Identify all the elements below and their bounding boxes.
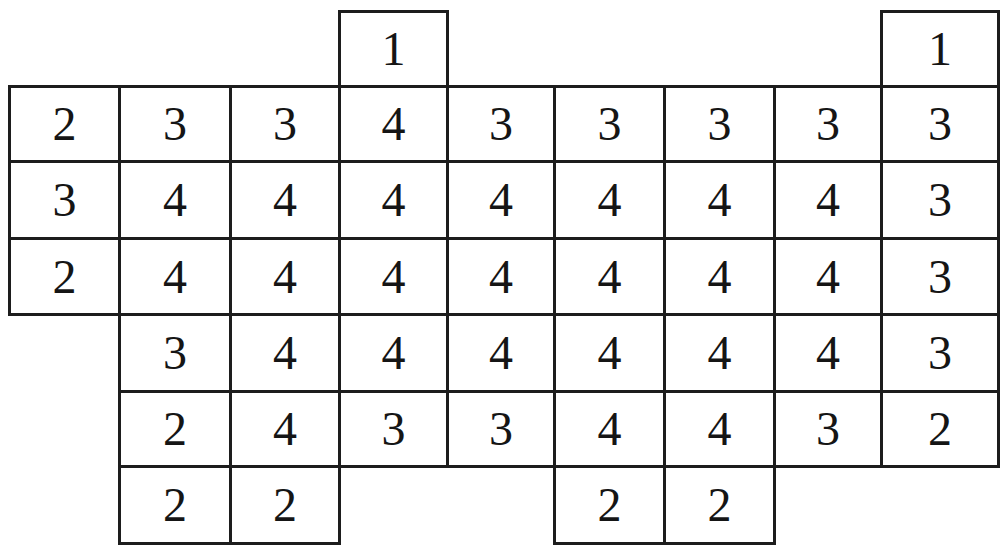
grid-cell-r2c7: 4 [773,160,883,240]
grid-cell-r2c3: 4 [338,160,449,240]
grid-cell-r4c2: 4 [229,313,341,393]
grid-cell-r3c1: 4 [118,237,232,316]
grid-cell-r6c6: 2 [663,465,776,545]
grid-cell-r4c8: 3 [880,313,1000,393]
grid-cell-r0c3: 1 [338,10,449,88]
grid-cell-r5c3: 3 [338,390,449,468]
grid-cell-r3c2: 4 [229,237,341,316]
grid-cell-r1c2: 3 [229,85,341,163]
grid-cell-r5c1: 2 [118,390,232,468]
grid-cell-r5c8: 2 [880,390,1000,468]
grid-cell-r1c5: 3 [553,85,666,163]
grid-cell-r0c8: 1 [880,10,1000,88]
grid-cell-r3c8: 3 [880,237,1000,316]
grid-cell-r2c0: 3 [8,160,121,240]
grid-cell-r4c1: 3 [118,313,232,393]
grid-cell-r4c6: 4 [663,313,776,393]
grid-cell-r5c4: 3 [446,390,556,468]
grid-cell-r2c2: 4 [229,160,341,240]
grid-cell-r1c8: 3 [880,85,1000,163]
grid-cell-r5c5: 4 [553,390,666,468]
grid-cell-r4c5: 4 [553,313,666,393]
grid-cell-r3c0: 2 [8,237,121,316]
grid-cell-r4c7: 4 [773,313,883,393]
grid-cell-r1c3: 4 [338,85,449,163]
grid-cell-r5c2: 4 [229,390,341,468]
grid-cell-r2c5: 4 [553,160,666,240]
grid-cell-r6c5: 2 [553,465,666,545]
grid-cell-r2c1: 4 [118,160,232,240]
grid-cell-r3c3: 4 [338,237,449,316]
grid-cell-r1c4: 3 [446,85,556,163]
grid-cell-r2c8: 3 [880,160,1000,240]
grid-cell-r3c7: 4 [773,237,883,316]
grid-cell-r6c1: 2 [118,465,232,545]
grid-cell-r3c6: 4 [663,237,776,316]
number-grid-board: 1123343333334444444324444444334444443243… [0,0,1000,554]
grid-cell-r2c6: 4 [663,160,776,240]
grid-cell-r1c1: 3 [118,85,232,163]
grid-cell-r3c5: 4 [553,237,666,316]
grid-cell-r1c0: 2 [8,85,121,163]
grid-cell-r5c6: 4 [663,390,776,468]
grid-cell-r1c6: 3 [663,85,776,163]
grid-cell-r5c7: 3 [773,390,883,468]
grid-cell-r4c4: 4 [446,313,556,393]
grid-cell-r4c3: 4 [338,313,449,393]
grid-cell-r3c4: 4 [446,237,556,316]
grid-cell-r2c4: 4 [446,160,556,240]
grid-cell-r1c7: 3 [773,85,883,163]
grid-cell-r6c2: 2 [229,465,341,545]
